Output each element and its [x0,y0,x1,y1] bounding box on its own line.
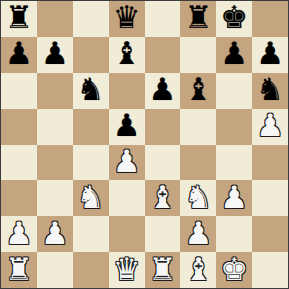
square-d7[interactable]: ♝ [109,37,145,73]
square-c6[interactable]: ♞ [73,73,109,109]
square-f2[interactable]: ♟ [180,216,216,252]
square-f6[interactable]: ♝ [180,73,216,109]
piece-black-knight[interactable]: ♞ [256,74,284,105]
square-g8[interactable]: ♚ [216,1,252,37]
piece-white-king[interactable]: ♚ [220,254,248,285]
piece-black-rook[interactable]: ♜ [5,2,33,33]
chess-board: ♜♛♜♚♟♟♝♟♟♞♟♝♞♟♟♟♞♝♞♟♟♟♟♜♛♜♝♚ [0,0,289,289]
square-h8[interactable] [252,1,288,37]
piece-black-pawn[interactable]: ♟ [256,38,284,69]
square-e7[interactable] [145,37,181,73]
piece-black-bishop[interactable]: ♝ [113,38,141,69]
square-h5[interactable]: ♟ [252,109,288,145]
square-c1[interactable] [73,252,109,288]
square-b4[interactable] [37,145,73,181]
piece-black-rook[interactable]: ♜ [184,2,212,33]
square-g4[interactable] [216,145,252,181]
square-g6[interactable] [216,73,252,109]
piece-white-bishop[interactable]: ♝ [184,254,212,285]
square-a3[interactable] [1,180,37,216]
square-h2[interactable] [252,216,288,252]
square-e5[interactable] [145,109,181,145]
piece-black-queen[interactable]: ♛ [113,2,141,33]
piece-black-king[interactable]: ♚ [220,2,248,33]
square-a2[interactable]: ♟ [1,216,37,252]
square-a4[interactable] [1,145,37,181]
piece-white-pawn[interactable]: ♟ [220,182,248,213]
square-f8[interactable]: ♜ [180,1,216,37]
square-c8[interactable] [73,1,109,37]
square-b6[interactable] [37,73,73,109]
piece-white-pawn[interactable]: ♟ [41,218,69,249]
square-b2[interactable]: ♟ [37,216,73,252]
square-c3[interactable]: ♞ [73,180,109,216]
square-b8[interactable] [37,1,73,37]
square-e6[interactable]: ♟ [145,73,181,109]
square-g7[interactable]: ♟ [216,37,252,73]
square-a8[interactable]: ♜ [1,1,37,37]
square-d2[interactable] [109,216,145,252]
piece-black-pawn[interactable]: ♟ [220,38,248,69]
square-e1[interactable]: ♜ [145,252,181,288]
piece-white-knight[interactable]: ♞ [77,182,105,213]
square-d8[interactable]: ♛ [109,1,145,37]
piece-white-rook[interactable]: ♜ [149,254,177,285]
square-f4[interactable] [180,145,216,181]
square-a7[interactable]: ♟ [1,37,37,73]
square-h4[interactable] [252,145,288,181]
square-e3[interactable]: ♝ [145,180,181,216]
square-e2[interactable] [145,216,181,252]
square-h7[interactable]: ♟ [252,37,288,73]
piece-black-pawn[interactable]: ♟ [41,38,69,69]
square-f1[interactable]: ♝ [180,252,216,288]
square-d6[interactable] [109,73,145,109]
piece-black-knight[interactable]: ♞ [77,74,105,105]
square-g3[interactable]: ♟ [216,180,252,216]
chess-board-grid: ♜♛♜♚♟♟♝♟♟♞♟♝♞♟♟♟♞♝♞♟♟♟♟♜♛♜♝♚ [1,1,288,288]
piece-black-bishop[interactable]: ♝ [184,74,212,105]
piece-black-pawn[interactable]: ♟ [149,74,177,105]
square-a5[interactable] [1,109,37,145]
piece-white-bishop[interactable]: ♝ [149,182,177,213]
square-c7[interactable] [73,37,109,73]
square-h3[interactable] [252,180,288,216]
piece-white-pawn[interactable]: ♟ [5,218,33,249]
piece-white-queen[interactable]: ♛ [113,254,141,285]
square-b1[interactable] [37,252,73,288]
piece-white-knight[interactable]: ♞ [184,182,212,213]
square-b5[interactable] [37,109,73,145]
square-f5[interactable] [180,109,216,145]
square-h6[interactable]: ♞ [252,73,288,109]
square-f3[interactable]: ♞ [180,180,216,216]
piece-black-pawn[interactable]: ♟ [5,38,33,69]
square-g5[interactable] [216,109,252,145]
square-d4[interactable]: ♟ [109,145,145,181]
square-b7[interactable]: ♟ [37,37,73,73]
square-a1[interactable]: ♜ [1,252,37,288]
square-f7[interactable] [180,37,216,73]
square-e4[interactable] [145,145,181,181]
piece-black-pawn[interactable]: ♟ [113,110,141,141]
square-a6[interactable] [1,73,37,109]
piece-white-pawn[interactable]: ♟ [184,218,212,249]
piece-white-pawn[interactable]: ♟ [113,146,141,177]
square-g1[interactable]: ♚ [216,252,252,288]
square-d3[interactable] [109,180,145,216]
square-g2[interactable] [216,216,252,252]
square-e8[interactable] [145,1,181,37]
square-b3[interactable] [37,180,73,216]
square-c2[interactable] [73,216,109,252]
square-c5[interactable] [73,109,109,145]
square-c4[interactable] [73,145,109,181]
square-d1[interactable]: ♛ [109,252,145,288]
square-d5[interactable]: ♟ [109,109,145,145]
piece-white-rook[interactable]: ♜ [5,254,33,285]
piece-white-pawn[interactable]: ♟ [256,110,284,141]
square-h1[interactable] [252,252,288,288]
